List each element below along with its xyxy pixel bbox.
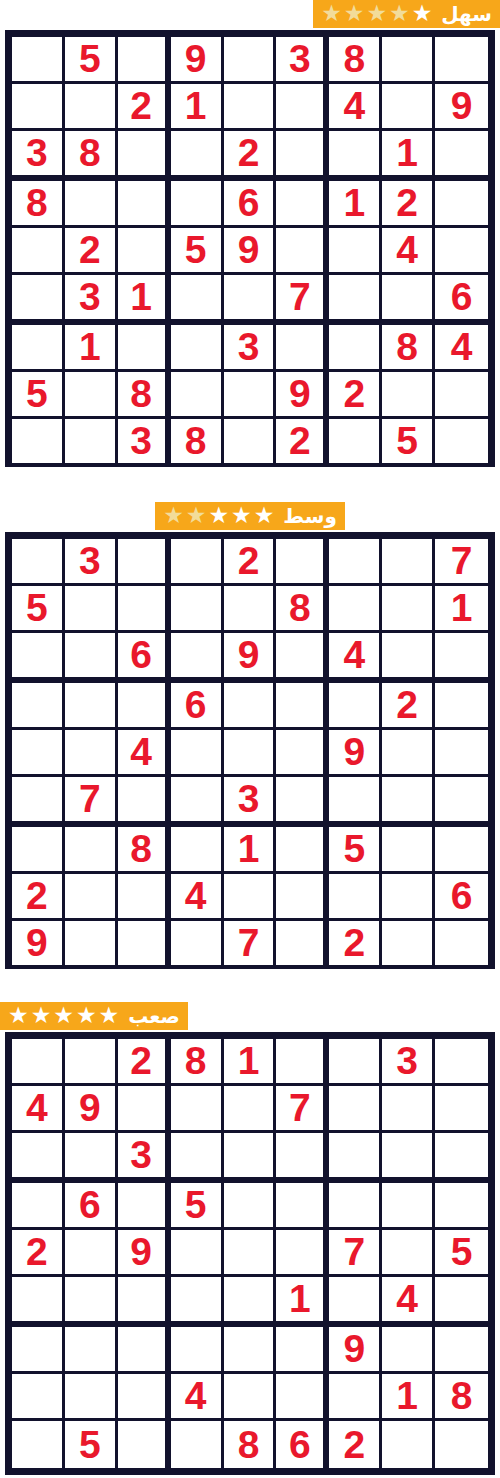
sudoku-cell[interactable]	[65, 84, 118, 131]
sudoku-cell[interactable]	[12, 1183, 65, 1230]
sudoku-cell[interactable]: 2	[329, 921, 382, 965]
sudoku-cell[interactable]	[276, 730, 329, 777]
sudoku-cell[interactable]	[382, 1183, 435, 1230]
sudoku-cell[interactable]	[118, 37, 171, 84]
sudoku-cell[interactable]	[276, 874, 329, 921]
sudoku-cell[interactable]: 7	[435, 539, 488, 586]
sudoku-cell[interactable]	[276, 1133, 329, 1183]
star-icon: ★	[31, 1004, 52, 1027]
sudoku-cell[interactable]	[65, 1039, 118, 1086]
sudoku-cell[interactable]	[12, 37, 65, 84]
sudoku-cell[interactable]	[435, 1086, 488, 1133]
banner-row: ★★★★★ سهل	[0, 0, 500, 28]
sudoku-cell[interactable]: 3	[276, 37, 329, 84]
sudoku-cell[interactable]	[118, 1421, 171, 1468]
sudoku-cell[interactable]: 6	[435, 874, 488, 921]
sudoku-cell[interactable]: 2	[224, 539, 277, 586]
sudoku-cell[interactable]	[382, 874, 435, 921]
sudoku-cell[interactable]	[276, 633, 329, 683]
sudoku-cell[interactable]: 9	[329, 1327, 382, 1374]
sudoku-cell[interactable]	[171, 827, 224, 874]
sudoku-cell[interactable]	[118, 777, 171, 827]
sudoku-cell[interactable]	[329, 683, 382, 730]
sudoku-cell[interactable]: 3	[118, 419, 171, 463]
sudoku-cell[interactable]	[329, 1277, 382, 1327]
sudoku-cell[interactable]	[276, 1374, 329, 1421]
sudoku-cell[interactable]	[435, 633, 488, 683]
sudoku-cell[interactable]: 3	[65, 275, 118, 325]
sudoku-cell[interactable]: 6	[276, 1421, 329, 1468]
sudoku-cell[interactable]	[435, 777, 488, 827]
sudoku-cell[interactable]	[118, 539, 171, 586]
sudoku-cell[interactable]: 3	[224, 777, 277, 827]
sudoku-cell[interactable]	[12, 1277, 65, 1327]
star-icon: ★	[321, 2, 342, 25]
sudoku-cell[interactable]	[224, 419, 277, 463]
sudoku-cell[interactable]: 8	[171, 1039, 224, 1086]
star-icon: ★	[208, 504, 229, 527]
sudoku-cell[interactable]	[435, 372, 488, 419]
sudoku-cell[interactable]	[382, 1421, 435, 1468]
banner-row: ★★★★★ صعب	[0, 1002, 500, 1030]
sudoku-cell[interactable]	[276, 131, 329, 181]
sudoku-cell[interactable]: 2	[382, 181, 435, 228]
difficulty-banner: ★★★★★ سهل	[313, 0, 500, 28]
sudoku-cell[interactable]	[382, 586, 435, 633]
sudoku-cell[interactable]: 1	[171, 84, 224, 131]
sudoku-cell[interactable]: 5	[435, 1230, 488, 1277]
sudoku-cell[interactable]	[171, 181, 224, 228]
sudoku-cell[interactable]	[65, 633, 118, 683]
sudoku-cell[interactable]	[224, 1277, 277, 1327]
star-rating: ★★★★★	[321, 3, 434, 26]
sudoku-cell[interactable]: 8	[224, 1421, 277, 1468]
sudoku-cell[interactable]: 9	[224, 633, 277, 683]
sudoku-cell[interactable]: 2	[65, 228, 118, 275]
sudoku-cell[interactable]	[435, 1039, 488, 1086]
sudoku-cell[interactable]: 6	[65, 1183, 118, 1230]
sudoku-cell[interactable]: 1	[224, 827, 277, 874]
sudoku-cell[interactable]: 8	[12, 181, 65, 228]
sudoku-cell[interactable]	[435, 181, 488, 228]
sudoku-cell[interactable]	[382, 1230, 435, 1277]
sudoku-cell[interactable]: 9	[65, 1086, 118, 1133]
sudoku-cell[interactable]: 7	[65, 777, 118, 827]
sudoku-cell[interactable]	[382, 777, 435, 827]
sudoku-cell[interactable]: 3	[65, 539, 118, 586]
sudoku-cell[interactable]	[224, 1133, 277, 1183]
sudoku-cell[interactable]: 5	[65, 1421, 118, 1468]
difficulty-banner: ★★★★★ صعب	[0, 1002, 188, 1030]
sudoku-cell[interactable]: 5	[171, 228, 224, 275]
sudoku-cell[interactable]: 2	[224, 131, 277, 181]
sudoku-cell[interactable]	[329, 325, 382, 372]
sudoku-cell[interactable]	[12, 1421, 65, 1468]
sudoku-cell[interactable]	[65, 1133, 118, 1183]
sudoku-cell[interactable]: 5	[171, 1183, 224, 1230]
sudoku-cell[interactable]	[171, 131, 224, 181]
puzzle-section-medium: ★★★★★ وسط 327581694624973815246972	[0, 502, 500, 969]
sudoku-cell[interactable]	[276, 1039, 329, 1086]
sudoku-cell[interactable]	[435, 1277, 488, 1327]
sudoku-cell[interactable]	[12, 325, 65, 372]
sudoku-cell[interactable]: 9	[224, 228, 277, 275]
sudoku-cell[interactable]	[12, 228, 65, 275]
sudoku-cell[interactable]	[224, 84, 277, 131]
sudoku-cell[interactable]	[118, 683, 171, 730]
banner-row: ★★★★★ وسط	[0, 502, 500, 530]
sudoku-cell[interactable]: 2	[12, 874, 65, 921]
sudoku-cell[interactable]	[435, 921, 488, 965]
sudoku-cell[interactable]	[382, 1327, 435, 1374]
star-icon: ★	[231, 504, 252, 527]
sudoku-page: ★★★★★ سهل 593821493821861225943176138458…	[0, 0, 500, 1475]
sudoku-cell[interactable]: 3	[12, 131, 65, 181]
sudoku-cell[interactable]	[118, 1374, 171, 1421]
sudoku-cell[interactable]	[12, 730, 65, 777]
sudoku-cell[interactable]	[12, 419, 65, 463]
sudoku-cell[interactable]	[171, 586, 224, 633]
sudoku-cell[interactable]: 4	[382, 228, 435, 275]
sudoku-cell[interactable]: 5	[12, 586, 65, 633]
sudoku-cell[interactable]	[435, 1183, 488, 1230]
sudoku-cell[interactable]: 1	[435, 586, 488, 633]
sudoku-cell[interactable]: 9	[435, 84, 488, 131]
sudoku-cell[interactable]	[382, 1086, 435, 1133]
sudoku-cell[interactable]	[12, 539, 65, 586]
sudoku-cell[interactable]	[171, 921, 224, 965]
sudoku-cell[interactable]: 1	[276, 1277, 329, 1327]
sudoku-cell[interactable]	[329, 275, 382, 325]
sudoku-cell[interactable]	[65, 1327, 118, 1374]
sudoku-cell[interactable]	[276, 84, 329, 131]
sudoku-cell[interactable]: 8	[329, 37, 382, 84]
sudoku-cell[interactable]: 7	[276, 1086, 329, 1133]
sudoku-cell[interactable]: 5	[329, 827, 382, 874]
sudoku-cell[interactable]	[171, 1327, 224, 1374]
sudoku-cell[interactable]: 3	[224, 325, 277, 372]
sudoku-cell[interactable]	[65, 586, 118, 633]
star-icon: ★	[8, 1004, 29, 1027]
sudoku-cell[interactable]: 6	[171, 683, 224, 730]
sudoku-cell[interactable]: 1	[382, 1374, 435, 1421]
sudoku-cell[interactable]	[12, 84, 65, 131]
star-rating: ★★★★★	[163, 505, 276, 528]
sudoku-cell[interactable]: 1	[329, 181, 382, 228]
sudoku-cell[interactable]	[224, 586, 277, 633]
spacer	[0, 969, 500, 1002]
puzzle-section-hard: ★★★★★ صعب 281349736529751494185862	[0, 1002, 500, 1475]
sudoku-cell[interactable]	[382, 84, 435, 131]
sudoku-cell[interactable]	[435, 683, 488, 730]
sudoku-cell[interactable]	[382, 730, 435, 777]
sudoku-cell[interactable]	[435, 131, 488, 181]
star-icon: ★	[412, 2, 433, 25]
sudoku-cell[interactable]	[12, 683, 65, 730]
sudoku-cell[interactable]: 7	[224, 921, 277, 965]
sudoku-cell[interactable]	[329, 228, 382, 275]
sudoku-cell[interactable]: 9	[329, 730, 382, 777]
star-icon: ★	[99, 1004, 120, 1027]
sudoku-cell[interactable]	[224, 37, 277, 84]
sudoku-cell[interactable]	[65, 683, 118, 730]
sudoku-cell[interactable]	[12, 275, 65, 325]
star-icon: ★	[389, 2, 410, 25]
sudoku-cell[interactable]	[12, 633, 65, 683]
sudoku-cell[interactable]	[65, 181, 118, 228]
sudoku-cell[interactable]: 1	[224, 1039, 277, 1086]
sudoku-cell[interactable]: 2	[118, 1039, 171, 1086]
sudoku-cell[interactable]: 8	[382, 325, 435, 372]
sudoku-cell[interactable]	[435, 730, 488, 777]
sudoku-cell[interactable]	[65, 730, 118, 777]
sudoku-cell[interactable]	[382, 275, 435, 325]
sudoku-cell[interactable]	[224, 1327, 277, 1374]
sudoku-cell[interactable]	[329, 1133, 382, 1183]
sudoku-cell[interactable]: 7	[329, 1230, 382, 1277]
sudoku-cell[interactable]: 7	[276, 275, 329, 325]
star-icon: ★	[186, 504, 207, 527]
sudoku-cell[interactable]: 6	[224, 181, 277, 228]
sudoku-cell[interactable]	[118, 181, 171, 228]
sudoku-cell[interactable]	[171, 1086, 224, 1133]
sudoku-cell[interactable]	[224, 683, 277, 730]
sudoku-cell[interactable]: 4	[382, 1277, 435, 1327]
sudoku-cell[interactable]	[118, 228, 171, 275]
sudoku-cell[interactable]: 1	[382, 131, 435, 181]
sudoku-cell[interactable]: 3	[382, 1039, 435, 1086]
sudoku-cell[interactable]	[12, 827, 65, 874]
sudoku-cell[interactable]	[224, 1086, 277, 1133]
sudoku-cell[interactable]	[276, 1183, 329, 1230]
sudoku-cell[interactable]	[276, 921, 329, 965]
sudoku-cell[interactable]: 9	[12, 921, 65, 965]
sudoku-cell[interactable]	[276, 325, 329, 372]
sudoku-cell[interactable]	[65, 1374, 118, 1421]
sudoku-grid-medium: 327581694624973815246972	[5, 532, 495, 969]
sudoku-cell[interactable]	[118, 131, 171, 181]
sudoku-cell[interactable]	[329, 586, 382, 633]
sudoku-cell[interactable]	[276, 683, 329, 730]
star-icon: ★	[366, 2, 387, 25]
sudoku-cell[interactable]	[435, 1421, 488, 1468]
sudoku-cell[interactable]: 5	[65, 37, 118, 84]
difficulty-label: صعب	[128, 1004, 180, 1028]
sudoku-cell[interactable]	[171, 1421, 224, 1468]
sudoku-cell[interactable]	[65, 1230, 118, 1277]
sudoku-cell[interactable]	[329, 419, 382, 463]
sudoku-cell[interactable]	[171, 1230, 224, 1277]
sudoku-cell[interactable]	[329, 1039, 382, 1086]
sudoku-cell[interactable]	[12, 1039, 65, 1086]
sudoku-cell[interactable]	[329, 131, 382, 181]
sudoku-cell[interactable]	[276, 1230, 329, 1277]
sudoku-cell[interactable]	[382, 827, 435, 874]
sudoku-cell[interactable]: 4	[171, 1374, 224, 1421]
puzzle-section-easy: ★★★★★ سهل 593821493821861225943176138458…	[0, 0, 500, 467]
sudoku-cell[interactable]	[224, 275, 277, 325]
sudoku-cell[interactable]	[224, 1374, 277, 1421]
sudoku-cell[interactable]	[65, 1277, 118, 1327]
sudoku-cell[interactable]: 8	[435, 1374, 488, 1421]
sudoku-cell[interactable]: 4	[118, 730, 171, 777]
sudoku-cell[interactable]	[12, 1133, 65, 1183]
sudoku-cell[interactable]	[382, 1133, 435, 1183]
sudoku-cell[interactable]: 8	[118, 827, 171, 874]
sudoku-cell[interactable]: 2	[276, 419, 329, 463]
sudoku-cell[interactable]	[118, 586, 171, 633]
sudoku-cell[interactable]: 6	[118, 633, 171, 683]
sudoku-cell[interactable]	[118, 1183, 171, 1230]
sudoku-cell[interactable]	[224, 730, 277, 777]
sudoku-cell[interactable]	[382, 633, 435, 683]
sudoku-cell[interactable]	[12, 1327, 65, 1374]
star-icon: ★	[254, 504, 275, 527]
star-rating: ★★★★★	[8, 1005, 121, 1028]
sudoku-cell[interactable]	[118, 874, 171, 921]
sudoku-cell[interactable]: 2	[329, 372, 382, 419]
sudoku-cell[interactable]: 2	[329, 1421, 382, 1468]
sudoku-cell[interactable]	[12, 1374, 65, 1421]
sudoku-cell[interactable]	[171, 372, 224, 419]
sudoku-cell[interactable]: 4	[329, 84, 382, 131]
sudoku-cell[interactable]: 5	[12, 372, 65, 419]
sudoku-cell[interactable]	[118, 921, 171, 965]
sudoku-cell[interactable]	[118, 325, 171, 372]
sudoku-cell[interactable]	[329, 1183, 382, 1230]
star-icon: ★	[344, 2, 365, 25]
sudoku-cell[interactable]	[329, 539, 382, 586]
sudoku-cell[interactable]	[435, 1133, 488, 1183]
sudoku-cell[interactable]	[118, 1327, 171, 1374]
sudoku-cell[interactable]	[435, 419, 488, 463]
sudoku-cell[interactable]: 2	[382, 683, 435, 730]
sudoku-cell[interactable]: 4	[329, 633, 382, 683]
difficulty-label: وسط	[283, 504, 337, 528]
sudoku-cell[interactable]	[171, 1277, 224, 1327]
sudoku-cell[interactable]	[171, 730, 224, 777]
sudoku-cell[interactable]: 2	[12, 1230, 65, 1277]
sudoku-cell[interactable]	[224, 1230, 277, 1277]
difficulty-label: سهل	[441, 2, 492, 26]
sudoku-cell[interactable]	[329, 1086, 382, 1133]
sudoku-cell[interactable]	[329, 777, 382, 827]
sudoku-cell[interactable]: 5	[382, 419, 435, 463]
sudoku-cell[interactable]: 8	[276, 586, 329, 633]
sudoku-cell[interactable]	[171, 633, 224, 683]
sudoku-cell[interactable]	[329, 874, 382, 921]
sudoku-grid-hard: 281349736529751494185862	[5, 1032, 495, 1475]
sudoku-cell[interactable]	[171, 1133, 224, 1183]
sudoku-cell[interactable]	[276, 181, 329, 228]
sudoku-cell[interactable]: 8	[65, 131, 118, 181]
sudoku-cell[interactable]	[276, 777, 329, 827]
sudoku-cell[interactable]	[118, 1086, 171, 1133]
sudoku-cell[interactable]	[329, 1374, 382, 1421]
sudoku-cell[interactable]	[382, 539, 435, 586]
sudoku-cell[interactable]	[65, 921, 118, 965]
spacer	[0, 467, 500, 502]
sudoku-cell[interactable]: 3	[118, 1133, 171, 1183]
difficulty-banner: ★★★★★ وسط	[155, 502, 345, 530]
sudoku-cell[interactable]	[435, 228, 488, 275]
sudoku-cell[interactable]	[276, 539, 329, 586]
sudoku-grid-easy: 593821493821861225943176138458923825	[5, 30, 495, 467]
sudoku-cell[interactable]	[435, 827, 488, 874]
sudoku-cell[interactable]	[224, 372, 277, 419]
sudoku-cell[interactable]	[65, 419, 118, 463]
sudoku-cell[interactable]	[171, 777, 224, 827]
sudoku-cell[interactable]: 9	[171, 37, 224, 84]
sudoku-cell[interactable]: 4	[171, 874, 224, 921]
sudoku-cell[interactable]	[224, 1183, 277, 1230]
star-icon: ★	[53, 1004, 74, 1027]
sudoku-cell[interactable]	[382, 372, 435, 419]
sudoku-cell[interactable]	[65, 874, 118, 921]
sudoku-cell[interactable]	[65, 827, 118, 874]
sudoku-cell[interactable]: 8	[171, 419, 224, 463]
sudoku-cell[interactable]	[171, 539, 224, 586]
sudoku-cell[interactable]	[435, 37, 488, 84]
sudoku-cell[interactable]	[171, 325, 224, 372]
sudoku-cell[interactable]	[435, 1327, 488, 1374]
sudoku-cell[interactable]: 9	[118, 1230, 171, 1277]
sudoku-cell[interactable]: 1	[118, 275, 171, 325]
sudoku-cell[interactable]	[276, 827, 329, 874]
sudoku-cell[interactable]	[118, 1277, 171, 1327]
sudoku-cell[interactable]: 1	[65, 325, 118, 372]
sudoku-cell[interactable]: 8	[118, 372, 171, 419]
sudoku-cell[interactable]	[65, 372, 118, 419]
sudoku-cell[interactable]	[382, 921, 435, 965]
sudoku-cell[interactable]: 9	[276, 372, 329, 419]
sudoku-cell[interactable]	[171, 275, 224, 325]
sudoku-cell[interactable]	[276, 1327, 329, 1374]
sudoku-cell[interactable]	[12, 777, 65, 827]
sudoku-cell[interactable]: 4	[435, 325, 488, 372]
sudoku-cell[interactable]: 4	[12, 1086, 65, 1133]
sudoku-cell[interactable]	[276, 228, 329, 275]
star-icon: ★	[76, 1004, 97, 1027]
sudoku-cell[interactable]: 2	[118, 84, 171, 131]
sudoku-cell[interactable]	[224, 874, 277, 921]
star-icon: ★	[163, 504, 184, 527]
sudoku-cell[interactable]: 6	[435, 275, 488, 325]
sudoku-cell[interactable]	[382, 37, 435, 84]
